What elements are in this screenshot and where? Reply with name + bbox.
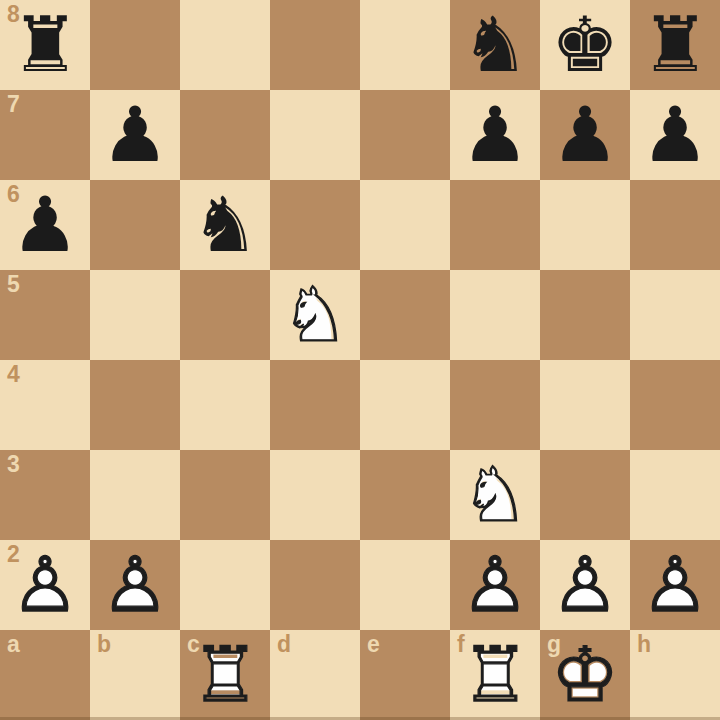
black-king-glyph: ♚ <box>540 0 630 90</box>
square-f2[interactable]: ♟♙ <box>450 540 540 630</box>
square-h5[interactable] <box>630 270 720 360</box>
white-king-outline: ♔ <box>540 630 630 720</box>
coord-label-e: e <box>367 633 380 656</box>
square-e7[interactable] <box>360 90 450 180</box>
white-rook[interactable]: ♜♖ <box>450 630 540 720</box>
square-h4[interactable] <box>630 360 720 450</box>
square-g6[interactable] <box>540 180 630 270</box>
square-f8[interactable]: ♞ <box>450 0 540 90</box>
square-c4[interactable] <box>180 360 270 450</box>
square-b3[interactable] <box>90 450 180 540</box>
square-d6[interactable] <box>270 180 360 270</box>
white-rook-outline: ♖ <box>450 630 540 720</box>
square-b6[interactable] <box>90 180 180 270</box>
coord-label-d: d <box>277 633 291 656</box>
square-d1[interactable]: d <box>270 630 360 720</box>
square-e3[interactable] <box>360 450 450 540</box>
black-rook-glyph: ♜ <box>0 0 90 90</box>
square-c3[interactable] <box>180 450 270 540</box>
square-d4[interactable] <box>270 360 360 450</box>
white-knight[interactable]: ♞♘ <box>450 450 540 540</box>
black-pawn[interactable]: ♟ <box>450 90 540 180</box>
square-f3[interactable]: ♞♘ <box>450 450 540 540</box>
square-f4[interactable] <box>450 360 540 450</box>
white-knight[interactable]: ♞♘ <box>270 270 360 360</box>
square-h8[interactable]: ♜ <box>630 0 720 90</box>
chess-board: 8♜♞♚♜7♟♟♟♟6♟♞5♞♘43♞♘2♟♙♟♙♟♙♟♙♟♙abc♜♖def♜… <box>0 0 720 720</box>
square-a5[interactable]: 5 <box>0 270 90 360</box>
coord-label-a: a <box>7 633 20 656</box>
square-e6[interactable] <box>360 180 450 270</box>
square-b4[interactable] <box>90 360 180 450</box>
black-pawn-glyph: ♟ <box>450 90 540 180</box>
black-rook[interactable]: ♜ <box>0 0 90 90</box>
black-pawn-glyph: ♟ <box>630 90 720 180</box>
black-knight[interactable]: ♞ <box>450 0 540 90</box>
white-rook[interactable]: ♜♖ <box>180 630 270 720</box>
square-h6[interactable] <box>630 180 720 270</box>
black-king[interactable]: ♚ <box>540 0 630 90</box>
square-a4[interactable]: 4 <box>0 360 90 450</box>
square-f1[interactable]: f♜♖ <box>450 630 540 720</box>
square-g5[interactable] <box>540 270 630 360</box>
white-rook-outline: ♖ <box>180 630 270 720</box>
chess-board-area: 8♜♞♚♜7♟♟♟♟6♟♞5♞♘43♞♘2♟♙♟♙♟♙♟♙♟♙abc♜♖def♜… <box>0 0 720 720</box>
square-h2[interactable]: ♟♙ <box>630 540 720 630</box>
square-a1[interactable]: a <box>0 630 90 720</box>
square-f6[interactable] <box>450 180 540 270</box>
coord-label-b: b <box>97 633 111 656</box>
square-d7[interactable] <box>270 90 360 180</box>
white-knight-outline: ♘ <box>270 270 360 360</box>
black-rook-glyph: ♜ <box>630 0 720 90</box>
coord-label-7: 7 <box>7 93 20 116</box>
white-pawn[interactable]: ♟♙ <box>540 540 630 630</box>
square-b5[interactable] <box>90 270 180 360</box>
square-a8[interactable]: 8♜ <box>0 0 90 90</box>
square-d2[interactable] <box>270 540 360 630</box>
square-g2[interactable]: ♟♙ <box>540 540 630 630</box>
square-g4[interactable] <box>540 360 630 450</box>
square-a6[interactable]: 6♟ <box>0 180 90 270</box>
black-pawn-glyph: ♟ <box>540 90 630 180</box>
black-pawn-glyph: ♟ <box>0 180 90 270</box>
square-g7[interactable]: ♟ <box>540 90 630 180</box>
square-a2[interactable]: 2♟♙ <box>0 540 90 630</box>
square-a7[interactable]: 7 <box>0 90 90 180</box>
square-c2[interactable] <box>180 540 270 630</box>
square-g8[interactable]: ♚ <box>540 0 630 90</box>
square-b2[interactable]: ♟♙ <box>90 540 180 630</box>
black-knight-glyph: ♞ <box>180 180 270 270</box>
white-pawn-outline: ♙ <box>0 540 90 630</box>
square-f5[interactable] <box>450 270 540 360</box>
square-e5[interactable] <box>360 270 450 360</box>
square-c1[interactable]: c♜♖ <box>180 630 270 720</box>
square-f7[interactable]: ♟ <box>450 90 540 180</box>
black-rook[interactable]: ♜ <box>630 0 720 90</box>
coord-label-h: h <box>637 633 651 656</box>
white-pawn-outline: ♙ <box>540 540 630 630</box>
square-e2[interactable] <box>360 540 450 630</box>
coord-label-5: 5 <box>7 273 20 296</box>
white-pawn[interactable]: ♟♙ <box>0 540 90 630</box>
square-d8[interactable] <box>270 0 360 90</box>
black-pawn[interactable]: ♟ <box>540 90 630 180</box>
square-a3[interactable]: 3 <box>0 450 90 540</box>
square-c6[interactable]: ♞ <box>180 180 270 270</box>
square-b8[interactable] <box>90 0 180 90</box>
square-e1[interactable]: e <box>360 630 450 720</box>
black-pawn[interactable]: ♟ <box>90 90 180 180</box>
coord-label-3: 3 <box>7 453 20 476</box>
white-pawn[interactable]: ♟♙ <box>630 540 720 630</box>
white-knight-outline: ♘ <box>450 450 540 540</box>
square-c8[interactable] <box>180 0 270 90</box>
square-d5[interactable]: ♞♘ <box>270 270 360 360</box>
square-c7[interactable] <box>180 90 270 180</box>
square-h3[interactable] <box>630 450 720 540</box>
square-c5[interactable] <box>180 270 270 360</box>
white-pawn[interactable]: ♟♙ <box>90 540 180 630</box>
white-pawn[interactable]: ♟♙ <box>450 540 540 630</box>
square-b1[interactable]: b <box>90 630 180 720</box>
square-h1[interactable]: h <box>630 630 720 720</box>
white-pawn-outline: ♙ <box>90 540 180 630</box>
black-knight[interactable]: ♞ <box>180 180 270 270</box>
black-knight-glyph: ♞ <box>450 0 540 90</box>
square-g3[interactable] <box>540 450 630 540</box>
square-d3[interactable] <box>270 450 360 540</box>
square-e8[interactable] <box>360 0 450 90</box>
black-pawn[interactable]: ♟ <box>630 90 720 180</box>
square-h7[interactable]: ♟ <box>630 90 720 180</box>
black-pawn-glyph: ♟ <box>90 90 180 180</box>
black-pawn[interactable]: ♟ <box>0 180 90 270</box>
square-g1[interactable]: g♚♔ <box>540 630 630 720</box>
white-pawn-outline: ♙ <box>630 540 720 630</box>
white-pawn-outline: ♙ <box>450 540 540 630</box>
white-king[interactable]: ♚♔ <box>540 630 630 720</box>
square-b7[interactable]: ♟ <box>90 90 180 180</box>
coord-label-4: 4 <box>7 363 20 386</box>
square-e4[interactable] <box>360 360 450 450</box>
